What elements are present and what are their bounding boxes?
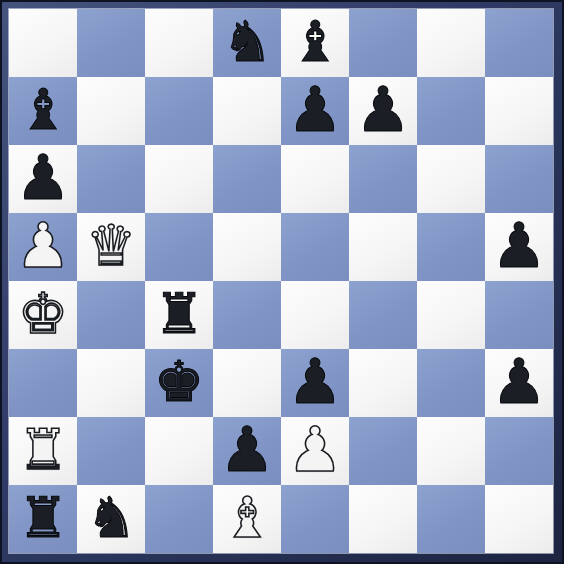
black-king[interactable]: ♚ (154, 354, 204, 410)
square-d1[interactable]: ♝ (213, 485, 281, 553)
square-g6[interactable] (417, 145, 485, 213)
square-b6[interactable] (77, 145, 145, 213)
square-b1[interactable]: ♞ (77, 485, 145, 553)
square-a1[interactable]: ♜ (9, 485, 77, 553)
square-h6[interactable] (485, 145, 553, 213)
white-pawn[interactable]: ♟ (287, 419, 343, 481)
square-g5[interactable] (417, 213, 485, 281)
black-rook[interactable]: ♜ (154, 286, 204, 342)
square-c8[interactable] (145, 9, 213, 77)
square-h2[interactable] (485, 417, 553, 485)
square-b5[interactable]: ♛ (77, 213, 145, 281)
black-knight[interactable]: ♞ (222, 14, 272, 70)
black-knight[interactable]: ♞ (86, 490, 136, 546)
square-h8[interactable] (485, 9, 553, 77)
square-f8[interactable] (349, 9, 417, 77)
square-b8[interactable] (77, 9, 145, 77)
square-h5[interactable]: ♟ (485, 213, 553, 281)
square-c4[interactable]: ♜ (145, 281, 213, 349)
chess-board: ♞♝♝♟♟♟♟♛♟♚♜♚♟♟♜♟♟♜♞♝ (9, 9, 553, 553)
white-queen[interactable]: ♛ (86, 218, 136, 274)
square-a2[interactable]: ♜ (9, 417, 77, 485)
white-king[interactable]: ♚ (18, 286, 68, 342)
black-pawn[interactable]: ♟ (287, 79, 343, 141)
square-e2[interactable]: ♟ (281, 417, 349, 485)
square-h7[interactable] (485, 77, 553, 145)
white-pawn[interactable]: ♟ (15, 215, 71, 277)
square-d8[interactable]: ♞ (213, 9, 281, 77)
square-d3[interactable] (213, 349, 281, 417)
square-d2[interactable]: ♟ (213, 417, 281, 485)
black-bishop[interactable]: ♝ (18, 82, 68, 138)
square-d5[interactable] (213, 213, 281, 281)
square-g1[interactable] (417, 485, 485, 553)
black-pawn[interactable]: ♟ (491, 215, 547, 277)
square-c1[interactable] (145, 485, 213, 553)
square-e8[interactable]: ♝ (281, 9, 349, 77)
square-b7[interactable] (77, 77, 145, 145)
square-f3[interactable] (349, 349, 417, 417)
square-a7[interactable]: ♝ (9, 77, 77, 145)
square-e4[interactable] (281, 281, 349, 349)
square-a8[interactable] (9, 9, 77, 77)
square-g8[interactable] (417, 9, 485, 77)
board-frame: ♞♝♝♟♟♟♟♛♟♚♜♚♟♟♜♟♟♜♞♝ (0, 0, 564, 564)
square-f4[interactable] (349, 281, 417, 349)
black-pawn[interactable]: ♟ (355, 79, 411, 141)
square-e5[interactable] (281, 213, 349, 281)
white-rook[interactable]: ♜ (18, 422, 68, 478)
square-g4[interactable] (417, 281, 485, 349)
square-h1[interactable] (485, 485, 553, 553)
square-c6[interactable] (145, 145, 213, 213)
square-c7[interactable] (145, 77, 213, 145)
square-a3[interactable] (9, 349, 77, 417)
square-e7[interactable]: ♟ (281, 77, 349, 145)
square-b3[interactable] (77, 349, 145, 417)
black-pawn[interactable]: ♟ (219, 419, 275, 481)
square-f6[interactable] (349, 145, 417, 213)
square-b2[interactable] (77, 417, 145, 485)
square-a6[interactable]: ♟ (9, 145, 77, 213)
square-e6[interactable] (281, 145, 349, 213)
square-g2[interactable] (417, 417, 485, 485)
square-h3[interactable]: ♟ (485, 349, 553, 417)
square-d4[interactable] (213, 281, 281, 349)
square-f1[interactable] (349, 485, 417, 553)
square-e1[interactable] (281, 485, 349, 553)
black-pawn[interactable]: ♟ (491, 351, 547, 413)
square-g7[interactable] (417, 77, 485, 145)
square-d7[interactable] (213, 77, 281, 145)
square-d6[interactable] (213, 145, 281, 213)
white-bishop[interactable]: ♝ (222, 490, 272, 546)
square-h4[interactable] (485, 281, 553, 349)
square-e3[interactable]: ♟ (281, 349, 349, 417)
square-c5[interactable] (145, 213, 213, 281)
square-g3[interactable] (417, 349, 485, 417)
black-bishop[interactable]: ♝ (290, 14, 340, 70)
black-pawn[interactable]: ♟ (287, 351, 343, 413)
square-c2[interactable] (145, 417, 213, 485)
square-a4[interactable]: ♚ (9, 281, 77, 349)
square-f2[interactable] (349, 417, 417, 485)
square-b4[interactable] (77, 281, 145, 349)
square-a5[interactable]: ♟ (9, 213, 77, 281)
square-f5[interactable] (349, 213, 417, 281)
black-pawn[interactable]: ♟ (15, 147, 71, 209)
black-rook[interactable]: ♜ (18, 490, 68, 546)
square-f7[interactable]: ♟ (349, 77, 417, 145)
square-c3[interactable]: ♚ (145, 349, 213, 417)
